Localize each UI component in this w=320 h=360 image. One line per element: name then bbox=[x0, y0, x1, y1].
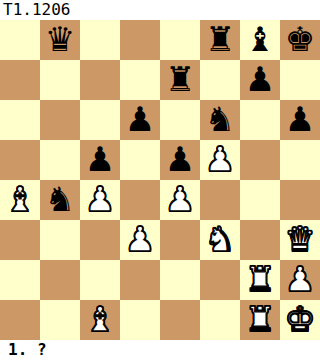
piece-black-pawn: ♟ bbox=[125, 100, 155, 139]
square-g5[interactable] bbox=[240, 140, 280, 180]
square-e8[interactable] bbox=[160, 20, 200, 60]
square-g1[interactable]: ♜ bbox=[240, 300, 280, 340]
square-h7[interactable] bbox=[280, 60, 320, 100]
square-e7[interactable]: ♜ bbox=[160, 60, 200, 100]
square-d1[interactable] bbox=[120, 300, 160, 340]
square-g2[interactable]: ♜ bbox=[240, 260, 280, 300]
square-f1[interactable] bbox=[200, 300, 240, 340]
square-h1[interactable]: ♚ bbox=[280, 300, 320, 340]
square-a1[interactable] bbox=[0, 300, 40, 340]
piece-white-pawn: ♟ bbox=[285, 260, 315, 299]
square-d3[interactable]: ♟ bbox=[120, 220, 160, 260]
square-c7[interactable] bbox=[80, 60, 120, 100]
piece-black-bishop: ♝ bbox=[245, 20, 275, 59]
piece-black-king: ♚ bbox=[285, 20, 315, 59]
piece-white-knight: ♞ bbox=[205, 220, 235, 259]
square-h5[interactable] bbox=[280, 140, 320, 180]
puzzle-title: T1.1206 bbox=[0, 0, 320, 20]
square-g6[interactable] bbox=[240, 100, 280, 140]
square-c5[interactable]: ♟ bbox=[80, 140, 120, 180]
square-d5[interactable] bbox=[120, 140, 160, 180]
piece-black-pawn: ♟ bbox=[165, 140, 195, 179]
piece-black-pawn: ♟ bbox=[285, 100, 315, 139]
square-f7[interactable] bbox=[200, 60, 240, 100]
piece-black-knight: ♞ bbox=[45, 180, 75, 219]
piece-black-pawn: ♟ bbox=[85, 140, 115, 179]
square-c3[interactable] bbox=[80, 220, 120, 260]
piece-white-rook: ♜ bbox=[245, 260, 275, 299]
square-e2[interactable] bbox=[160, 260, 200, 300]
square-e5[interactable]: ♟ bbox=[160, 140, 200, 180]
square-b2[interactable] bbox=[40, 260, 80, 300]
square-d8[interactable] bbox=[120, 20, 160, 60]
piece-black-pawn: ♟ bbox=[245, 60, 275, 99]
square-f6[interactable]: ♞ bbox=[200, 100, 240, 140]
square-b8[interactable]: ♛ bbox=[40, 20, 80, 60]
square-f4[interactable] bbox=[200, 180, 240, 220]
square-e4[interactable]: ♟ bbox=[160, 180, 200, 220]
piece-black-rook: ♜ bbox=[165, 60, 195, 99]
square-d7[interactable] bbox=[120, 60, 160, 100]
square-c8[interactable] bbox=[80, 20, 120, 60]
piece-white-pawn: ♟ bbox=[165, 180, 195, 219]
piece-white-king: ♚ bbox=[285, 300, 315, 339]
square-a7[interactable] bbox=[0, 60, 40, 100]
square-a2[interactable] bbox=[0, 260, 40, 300]
square-h4[interactable] bbox=[280, 180, 320, 220]
square-h2[interactable]: ♟ bbox=[280, 260, 320, 300]
square-c1[interactable]: ♝ bbox=[80, 300, 120, 340]
square-f3[interactable]: ♞ bbox=[200, 220, 240, 260]
square-a6[interactable] bbox=[0, 100, 40, 140]
square-d6[interactable]: ♟ bbox=[120, 100, 160, 140]
square-g3[interactable] bbox=[240, 220, 280, 260]
square-f8[interactable]: ♜ bbox=[200, 20, 240, 60]
square-g4[interactable] bbox=[240, 180, 280, 220]
square-f5[interactable]: ♟ bbox=[200, 140, 240, 180]
piece-white-pawn: ♟ bbox=[85, 180, 115, 219]
piece-white-bishop: ♝ bbox=[5, 180, 35, 219]
piece-black-rook: ♜ bbox=[205, 20, 235, 59]
piece-white-bishop: ♝ bbox=[85, 300, 115, 339]
square-a8[interactable] bbox=[0, 20, 40, 60]
piece-white-pawn: ♟ bbox=[205, 140, 235, 179]
square-c2[interactable] bbox=[80, 260, 120, 300]
square-b5[interactable] bbox=[40, 140, 80, 180]
piece-white-pawn: ♟ bbox=[125, 220, 155, 259]
square-e1[interactable] bbox=[160, 300, 200, 340]
square-g8[interactable]: ♝ bbox=[240, 20, 280, 60]
chess-puzzle-app: T1.1206 ♛♜♝♚♜♟♟♞♟♟♟♟♝♞♟♟♟♞♛♜♟♝♜♚ 1. ? bbox=[0, 0, 320, 360]
square-h8[interactable]: ♚ bbox=[280, 20, 320, 60]
square-b3[interactable] bbox=[40, 220, 80, 260]
chess-board: ♛♜♝♚♜♟♟♞♟♟♟♟♝♞♟♟♟♞♛♜♟♝♜♚ bbox=[0, 20, 320, 340]
piece-white-rook: ♜ bbox=[245, 300, 275, 339]
square-d4[interactable] bbox=[120, 180, 160, 220]
piece-white-queen: ♛ bbox=[285, 220, 315, 259]
square-h6[interactable]: ♟ bbox=[280, 100, 320, 140]
square-a3[interactable] bbox=[0, 220, 40, 260]
square-a5[interactable] bbox=[0, 140, 40, 180]
square-c6[interactable] bbox=[80, 100, 120, 140]
square-b6[interactable] bbox=[40, 100, 80, 140]
square-g7[interactable]: ♟ bbox=[240, 60, 280, 100]
square-e3[interactable] bbox=[160, 220, 200, 260]
square-d2[interactable] bbox=[120, 260, 160, 300]
square-c4[interactable]: ♟ bbox=[80, 180, 120, 220]
piece-black-knight: ♞ bbox=[205, 100, 235, 139]
square-a4[interactable]: ♝ bbox=[0, 180, 40, 220]
move-prompt: 1. ? bbox=[0, 340, 320, 360]
square-b4[interactable]: ♞ bbox=[40, 180, 80, 220]
square-f2[interactable] bbox=[200, 260, 240, 300]
square-b1[interactable] bbox=[40, 300, 80, 340]
square-h3[interactable]: ♛ bbox=[280, 220, 320, 260]
square-e6[interactable] bbox=[160, 100, 200, 140]
piece-black-queen: ♛ bbox=[45, 20, 75, 59]
square-b7[interactable] bbox=[40, 60, 80, 100]
